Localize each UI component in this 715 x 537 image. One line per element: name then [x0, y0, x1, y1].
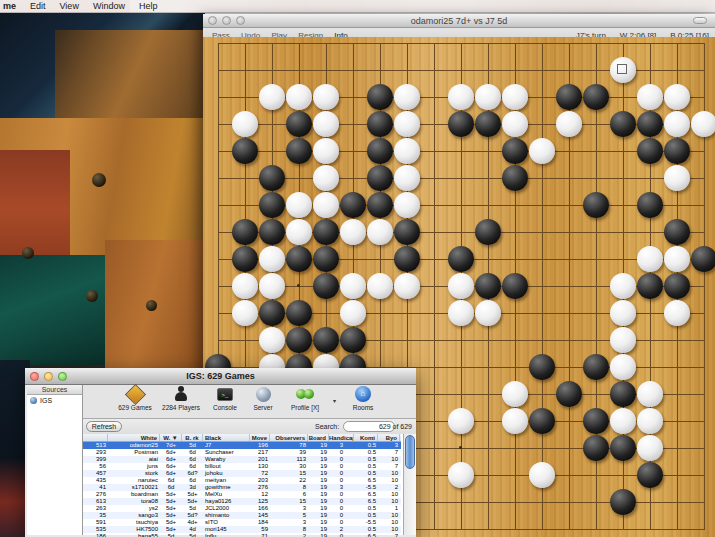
table-cell: 5d: [182, 505, 203, 512]
table-row[interactable]: 535HK75005d+4dmori1455981920.510: [83, 526, 401, 533]
table-cell: billout: [203, 463, 250, 470]
door-knob: [146, 300, 157, 311]
table-cell: 6d: [182, 449, 203, 456]
table-cell: -5.5: [354, 519, 378, 526]
table-cell: 0.5: [354, 512, 378, 519]
white-stone: [232, 300, 258, 326]
white-stone: [610, 408, 636, 434]
black-stone: [610, 435, 636, 461]
table-row[interactable]: 276boardman5d+5d+MelXu1261906.510: [83, 491, 401, 498]
table-cell: 3: [270, 519, 308, 526]
table-row[interactable]: 56juns6d+6dbillout130301900.57: [83, 463, 401, 470]
toolbar-toggle-icon[interactable]: [693, 17, 707, 24]
zoom-icon[interactable]: [58, 372, 67, 381]
table-row[interactable]: 263ys25d+5dJCL200016631900.51: [83, 505, 401, 512]
black-stone: [583, 408, 609, 434]
zoom-icon[interactable]: [236, 16, 245, 25]
black-stone: [286, 138, 312, 164]
table-cell: -5.5: [354, 484, 378, 491]
table-cell: 5d: [182, 442, 203, 449]
table-row[interactable]: 41s17100216d3dgowithme2768193-5.52: [83, 484, 401, 491]
table-cell: [83, 434, 108, 441]
table-cell: 7d+: [160, 442, 182, 449]
table-cell: Move: [250, 434, 270, 441]
table-cell: 6d+: [160, 449, 182, 456]
table-cell: 0.5: [354, 526, 378, 533]
table-cell: 6d: [182, 456, 203, 463]
menu-item-edit[interactable]: Edit: [23, 1, 53, 11]
black-stone: [286, 327, 312, 353]
black-stone: [259, 192, 285, 218]
table-cell: Black: [203, 434, 250, 441]
table-row[interactable]: 513odamori257d+5dJ7196781930.53: [83, 442, 401, 449]
white-stone: [448, 84, 474, 110]
table-cell: 19: [308, 442, 329, 449]
table-cell: 613: [83, 498, 108, 505]
black-stone: [232, 246, 258, 272]
table-cell: 19: [308, 449, 329, 456]
close-icon[interactable]: [208, 16, 217, 25]
table-cell: 19: [308, 519, 329, 526]
black-stone: [583, 84, 609, 110]
black-stone: [610, 489, 636, 515]
black-stone: [583, 354, 609, 380]
table-cell: 6d+: [160, 470, 182, 477]
black-stone: [691, 246, 715, 272]
white-stone: [259, 84, 285, 110]
green-goggles-icon: [296, 389, 314, 400]
door-knob: [86, 290, 98, 302]
table-cell: 201: [250, 456, 270, 463]
table-cell: meityan: [203, 477, 250, 484]
white-stone: [502, 381, 528, 407]
white-stone: [232, 273, 258, 299]
controls-row: Refresh Search: 629 of 629: [83, 418, 416, 434]
white-stone: [664, 165, 690, 191]
table-cell: 5d: [182, 533, 203, 537]
table-cell: JCL2000: [203, 505, 250, 512]
sources-header: Sources: [27, 385, 82, 395]
black-stone: [664, 219, 690, 245]
black-stone: [367, 138, 393, 164]
black-stone: [475, 273, 501, 299]
table-cell: gowithme: [203, 484, 250, 491]
table-cell: Postman: [108, 449, 160, 456]
white-stone: [313, 165, 339, 191]
black-stone: [367, 165, 393, 191]
black-stone: [475, 219, 501, 245]
table-cell: 186: [83, 533, 108, 537]
black-stone: [610, 111, 636, 137]
white-stone: [637, 435, 663, 461]
table-cell: 10: [378, 477, 400, 484]
table-cell: 4d: [182, 526, 203, 533]
toolbar-rooms-button[interactable]: ⌂ Rooms: [341, 385, 385, 411]
minimize-icon[interactable]: [222, 16, 231, 25]
menu-item-help[interactable]: Help: [132, 1, 165, 11]
table-cell: boardman: [108, 491, 160, 498]
table-cell: 0: [329, 498, 354, 505]
white-stone: [610, 354, 636, 380]
table-cell: 19: [308, 477, 329, 484]
white-stone: [394, 111, 420, 137]
table-cell: 5d+: [160, 491, 182, 498]
person-icon: [174, 386, 188, 402]
house-icon: ⌂: [355, 386, 371, 402]
black-stone: [637, 192, 663, 218]
black-stone: [394, 246, 420, 272]
table-cell: ys2: [108, 505, 160, 512]
table-cell: mori145: [203, 526, 250, 533]
table-cell: 78: [270, 442, 308, 449]
white-stone: [691, 111, 715, 137]
table-cell: White: [108, 434, 160, 441]
black-stone: [502, 165, 528, 191]
black-stone: [448, 246, 474, 272]
table-cell: 5d+: [160, 498, 182, 505]
games-list-window: IGS: 629 Games Sources IGS 629 Games 228…: [25, 368, 416, 537]
menu-item-window[interactable]: Window: [86, 1, 132, 11]
table-cell: 6d+: [160, 456, 182, 463]
table-cell: 0: [329, 470, 354, 477]
table-cell: 457: [83, 470, 108, 477]
white-stone: [394, 273, 420, 299]
table-cell: HK7500: [108, 526, 160, 533]
table-cell: 0: [329, 491, 354, 498]
white-stone: [394, 165, 420, 191]
table-cell: Komi: [354, 434, 378, 441]
sources-sidebar: Sources IGS: [27, 385, 83, 535]
table-cell: 30: [270, 463, 308, 470]
go-window-titlebar[interactable]: odamori25 7d+ vs J7 5d: [203, 14, 715, 28]
table-cell: 166: [250, 505, 270, 512]
white-stone: [637, 381, 663, 407]
black-stone: [232, 219, 258, 245]
terminal-icon: >_: [217, 388, 233, 401]
table-row[interactable]: 186hana555d5dInflu7121906.57: [83, 533, 401, 537]
white-stone: [448, 408, 474, 434]
black-stone: [313, 219, 339, 245]
scrollbar-thumb[interactable]: [405, 435, 415, 469]
table-cell: narutec: [108, 477, 160, 484]
table-cell: 19: [308, 463, 329, 470]
white-stone: [502, 408, 528, 434]
sidebar-item-igs[interactable]: IGS: [27, 395, 82, 405]
table-cell: 19: [308, 526, 329, 533]
table-cell: 5d+: [182, 491, 203, 498]
table-cell: shimanto: [203, 512, 250, 519]
table-cell: 5d+: [160, 519, 182, 526]
table-cell: 41: [83, 484, 108, 491]
black-stone: [556, 84, 582, 110]
table-cell: 7: [378, 449, 400, 456]
table-cell: 35: [83, 512, 108, 519]
white-stone: [637, 408, 663, 434]
menu-item-view[interactable]: View: [53, 1, 86, 11]
white-stone: [610, 300, 636, 326]
table-cell: 276: [250, 484, 270, 491]
table-cell: 10: [378, 498, 400, 505]
white-stone: [313, 84, 339, 110]
black-stone: [340, 192, 366, 218]
table-cell: 5d+: [160, 526, 182, 533]
grid-line: [218, 43, 705, 44]
black-stone: [664, 273, 690, 299]
table-cell: 71: [250, 533, 270, 537]
star-point: [297, 284, 300, 287]
table-cell: Influ: [203, 533, 250, 537]
white-stone: [259, 273, 285, 299]
toolbar-games-button[interactable]: 629 Games: [113, 385, 157, 411]
table-cell: Byo: [378, 434, 400, 441]
white-stone: [259, 246, 285, 272]
black-stone: [286, 111, 312, 137]
table-cell: MelXu: [203, 491, 250, 498]
black-stone: [340, 327, 366, 353]
white-stone: [394, 138, 420, 164]
table-cell: 10: [378, 512, 400, 519]
table-cell: 15: [270, 470, 308, 477]
table-row[interactable]: 457stork6d+6d?johoku72151900.510: [83, 470, 401, 477]
table-cell: 59: [250, 526, 270, 533]
table-cell: 217: [250, 449, 270, 456]
white-stone: [448, 300, 474, 326]
table-cell: 184: [250, 519, 270, 526]
black-stone: [313, 246, 339, 272]
white-stone: [313, 111, 339, 137]
table-cell: 3d: [182, 484, 203, 491]
desktop: meEditViewWindowHelp odamori25 7d+ vs J7…: [0, 0, 715, 537]
table-cell: s1710021: [108, 484, 160, 491]
table-cell: 196: [250, 442, 270, 449]
table-cell: 0.5: [354, 442, 378, 449]
table-row[interactable]: 35sango35d+5d?shimanto14551900.510: [83, 512, 401, 519]
toolbar-players-button[interactable]: 2284 Players: [159, 385, 203, 411]
table-cell: 0.5: [354, 470, 378, 477]
games-toolbar: 629 Games 2284 Players >_ Console Server…: [83, 385, 416, 418]
black-stone: [475, 111, 501, 137]
table-cell: 6d+: [160, 463, 182, 470]
white-stone: [475, 84, 501, 110]
white-stone: [664, 246, 690, 272]
black-stone: [583, 192, 609, 218]
black-stone: [313, 273, 339, 299]
table-cell: 10: [378, 526, 400, 533]
table-cell: 0.5: [354, 449, 378, 456]
black-stone: [610, 381, 636, 407]
table-cell: 5d+: [182, 498, 203, 505]
table-cell: 0: [329, 533, 354, 537]
black-stone: [367, 111, 393, 137]
black-stone: [286, 300, 312, 326]
table-cell: 3: [329, 484, 354, 491]
black-stone: [259, 165, 285, 191]
table-cell: 19: [308, 470, 329, 477]
toolbar-server-button[interactable]: Server: [241, 385, 285, 411]
table-cell: tsuchiya: [108, 519, 160, 526]
black-stone: [259, 219, 285, 245]
white-stone: [610, 327, 636, 353]
table-cell: 5d: [160, 533, 182, 537]
table-cell: 276: [83, 491, 108, 498]
table-cell: 22: [270, 477, 308, 484]
table-cell: W. ▼: [160, 434, 182, 441]
last-move-marker: [617, 64, 627, 74]
black-stone: [502, 273, 528, 299]
table-cell: johoku: [203, 470, 250, 477]
table-cell: Sunchaser: [203, 449, 250, 456]
igs-server-icon: [30, 397, 37, 404]
toolbar-profile-button[interactable]: Profile [X]: [283, 385, 327, 411]
games-table[interactable]: WhiteW. ▼B. rkBlackMoveObserversBoardHan…: [83, 434, 416, 535]
table-cell: 10: [378, 519, 400, 526]
white-stone: [232, 111, 258, 137]
minimize-icon[interactable]: [44, 372, 53, 381]
table-cell: 7: [378, 533, 400, 537]
black-stone: [637, 462, 663, 488]
table-row[interactable]: 613tora085d+5d+haya0126125151906.510: [83, 498, 401, 505]
table-cell: 6d?: [182, 470, 203, 477]
games-window-main: 629 Games 2284 Players >_ Console Server…: [83, 385, 416, 535]
black-stone: [637, 111, 663, 137]
table-cell: 6.5: [354, 491, 378, 498]
star-point: [459, 446, 462, 449]
black-stone: [664, 138, 690, 164]
desktop-photo-teal-panel: [0, 255, 110, 365]
table-cell: 293: [83, 449, 108, 456]
table-cell: 1: [378, 505, 400, 512]
table-cell: stork: [108, 470, 160, 477]
table-cell: 8: [270, 526, 308, 533]
table-cell: 0.5: [354, 505, 378, 512]
white-stone: [394, 192, 420, 218]
table-cell: 4d+: [182, 519, 203, 526]
table-cell: 6d: [182, 477, 203, 484]
table-cell: 19: [308, 505, 329, 512]
white-stone: [637, 246, 663, 272]
white-stone: [313, 192, 339, 218]
close-icon[interactable]: [30, 372, 39, 381]
games-window-titlebar[interactable]: IGS: 629 Games: [25, 368, 416, 385]
chevron-down-icon[interactable]: ▾: [333, 397, 336, 404]
table-cell: 7: [378, 463, 400, 470]
table-cell: 6.5: [354, 498, 378, 505]
white-stone: [529, 138, 555, 164]
black-stone: [556, 381, 582, 407]
table-cell: 2: [378, 484, 400, 491]
table-cell: 0.5: [354, 463, 378, 470]
black-stone: [232, 138, 258, 164]
table-cell: 0: [329, 456, 354, 463]
go-window-title: odamori25 7d+ vs J7 5d: [411, 16, 507, 26]
white-stone: [367, 219, 393, 245]
white-stone: [610, 57, 636, 83]
table-cell: 6.5: [354, 533, 378, 537]
table-cell: Observers: [270, 434, 308, 441]
black-stone: [367, 192, 393, 218]
table-cell: 19: [308, 512, 329, 519]
table-row[interactable]: 399aiai6d+6dWaraby2011131900.510: [83, 456, 401, 463]
table-cell: 2: [329, 526, 354, 533]
table-cell: 535: [83, 526, 108, 533]
table-cell: 10: [378, 491, 400, 498]
table-cell: 8: [270, 484, 308, 491]
white-stone: [259, 327, 285, 353]
table-cell: 3: [270, 505, 308, 512]
menu-bar: meEditViewWindowHelp: [0, 0, 715, 13]
table-cell: 0: [329, 477, 354, 484]
table-cell: 130: [250, 463, 270, 470]
table-cell: 399: [83, 456, 108, 463]
white-stone: [286, 219, 312, 245]
black-stone: [367, 84, 393, 110]
white-stone: [502, 111, 528, 137]
table-cell: 10: [378, 470, 400, 477]
black-stone: [286, 246, 312, 272]
table-cell: 5d?: [182, 512, 203, 519]
table-cell: 0: [329, 519, 354, 526]
table-cell: 72: [250, 470, 270, 477]
black-stone: [259, 300, 285, 326]
table-cell: 263: [83, 505, 108, 512]
white-stone: [340, 219, 366, 245]
table-cell: 0: [329, 505, 354, 512]
search-label: Search:: [315, 423, 339, 430]
table-cell: 145: [250, 512, 270, 519]
table-header-row: WhiteW. ▼B. rkBlackMoveObserversBoardHan…: [83, 434, 401, 442]
table-cell: 513: [83, 442, 108, 449]
table-scrollbar[interactable]: [403, 434, 416, 535]
white-stone: [475, 300, 501, 326]
menu-item-me[interactable]: me: [0, 1, 23, 11]
white-stone: [556, 111, 582, 137]
table-row[interactable]: 293Postman6d+6dSunchaser217391900.57: [83, 449, 401, 456]
table-cell: 0: [329, 512, 354, 519]
table-row[interactable]: 591tsuchiya5d+4d+sITO1843190-5.510: [83, 519, 401, 526]
sphere-icon: [256, 387, 271, 402]
white-stone: [367, 273, 393, 299]
white-stone: [664, 111, 690, 137]
table-cell: 125: [250, 498, 270, 505]
table-cell: 591: [83, 519, 108, 526]
table-cell: 12: [250, 491, 270, 498]
table-cell: 3: [378, 442, 400, 449]
goban-diamond-icon: [124, 383, 145, 404]
table-cell: 0: [329, 449, 354, 456]
table-cell: 0: [329, 463, 354, 470]
table-cell: 10: [378, 456, 400, 463]
table-cell: 39: [270, 449, 308, 456]
table-cell: tora08: [108, 498, 160, 505]
table-cell: 3: [329, 442, 354, 449]
white-stone: [664, 84, 690, 110]
table-cell: 6d: [160, 477, 182, 484]
table-cell: 5: [270, 512, 308, 519]
games-count: 629 of 629: [379, 423, 412, 430]
table-cell: J7: [203, 442, 250, 449]
table-row[interactable]: 435narutec6d6dmeityan203221906.510: [83, 477, 401, 484]
table-cell: Waraby: [203, 456, 250, 463]
grid-line: [218, 178, 705, 179]
black-stone: [448, 111, 474, 137]
table-cell: 6d: [182, 463, 203, 470]
table-cell: sITO: [203, 519, 250, 526]
table-cell: 19: [308, 533, 329, 537]
refresh-button[interactable]: Refresh: [86, 421, 122, 432]
table-cell: sango3: [108, 512, 160, 519]
black-stone: [637, 273, 663, 299]
white-stone: [340, 300, 366, 326]
